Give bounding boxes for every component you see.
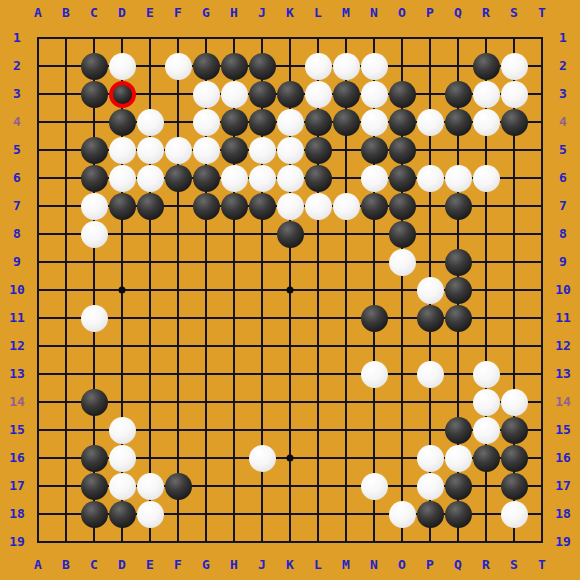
board-cell-C2 [80,52,108,80]
col-label-top-K: K [276,0,304,26]
stone-black-C3 [81,81,108,108]
stone-black-D7 [109,193,136,220]
board-cell-Q3 [444,80,472,108]
board-cell-N2 [360,52,388,80]
board-cell-P18 [416,500,444,528]
col-label-top-B: B [52,0,80,26]
stone-white-J5 [249,137,276,164]
board-cell-S16 [500,444,528,472]
board-cell-R6 [472,164,500,192]
stone-black-L4 [305,109,332,136]
stone-white-L7 [305,193,332,220]
board-cell-M2 [332,52,360,80]
stone-black-S17 [501,473,528,500]
board-cell-Q17 [444,472,472,500]
board-cell-M4 [332,108,360,136]
stone-white-L2 [305,53,332,80]
go-board[interactable] [24,24,556,556]
stone-black-G2 [193,53,220,80]
stone-white-D5 [109,137,136,164]
board-cell-Q18 [444,500,472,528]
stone-white-R14 [473,389,500,416]
board-cell-K8 [276,220,304,248]
stone-white-P16 [417,445,444,472]
stone-black-S4 [501,109,528,136]
stone-white-N13 [361,361,388,388]
stone-black-Q18 [445,501,472,528]
board-cell-F5 [164,136,192,164]
board-cell-P17 [416,472,444,500]
stone-black-Q9 [445,249,472,276]
board-cell-G3 [192,80,220,108]
col-label-top-O: O [388,0,416,26]
board-cell-R3 [472,80,500,108]
stone-white-N3 [361,81,388,108]
stone-white-K4 [277,109,304,136]
stone-white-P4 [417,109,444,136]
board-cell-G6 [192,164,220,192]
stone-white-C7 [81,193,108,220]
board-cell-J6 [248,164,276,192]
stone-black-G7 [193,193,220,220]
board-cell-N5 [360,136,388,164]
stone-white-O9 [389,249,416,276]
board-cell-E7 [136,192,164,220]
board-cell-S3 [500,80,528,108]
stone-white-N2 [361,53,388,80]
stone-white-Q16 [445,445,472,472]
board-cell-H2 [220,52,248,80]
board-cell-E17 [136,472,164,500]
stone-white-K5 [277,137,304,164]
stone-black-C16 [81,445,108,472]
board-cell-C8 [80,220,108,248]
stone-black-J4 [249,109,276,136]
stone-black-H5 [221,137,248,164]
stone-black-G6 [193,165,220,192]
stone-white-M7 [333,193,360,220]
board-cell-P11 [416,304,444,332]
board-cell-C7 [80,192,108,220]
go-board-screen: ABCDEFGHJKLMNOPQRST ABCDEFGHJKLMNOPQRST … [0,0,580,580]
board-cell-O7 [388,192,416,220]
col-label-top-F: F [164,0,192,26]
stone-black-R16 [473,445,500,472]
board-cell-L2 [304,52,332,80]
stone-white-G4 [193,109,220,136]
col-label-top-H: H [220,0,248,26]
board-cell-N17 [360,472,388,500]
board-cell-C11 [80,304,108,332]
stone-white-J16 [249,445,276,472]
stone-black-J7 [249,193,276,220]
board-cell-O18 [388,500,416,528]
board-cell-E18 [136,500,164,528]
board-cell-H4 [220,108,248,136]
stone-white-R15 [473,417,500,444]
board-cell-Q9 [444,248,472,276]
stone-black-O7 [389,193,416,220]
board-cell-D15 [108,416,136,444]
board-cell-L6 [304,164,332,192]
stone-black-P11 [417,305,444,332]
board-cell-D7 [108,192,136,220]
stone-black-O5 [389,137,416,164]
col-label-top-L: L [304,0,332,26]
board-cell-G2 [192,52,220,80]
stone-white-P6 [417,165,444,192]
board-cell-D18 [108,500,136,528]
stone-white-S2 [501,53,528,80]
board-cell-D5 [108,136,136,164]
board-cell-K6 [276,164,304,192]
stone-white-D16 [109,445,136,472]
col-label-top-A: A [24,0,52,26]
stone-white-D6 [109,165,136,192]
stone-white-R3 [473,81,500,108]
stone-white-J6 [249,165,276,192]
stone-white-G5 [193,137,220,164]
board-cell-R4 [472,108,500,136]
board-cell-N7 [360,192,388,220]
board-cell-J7 [248,192,276,220]
stone-white-F2 [165,53,192,80]
board-cell-S15 [500,416,528,444]
stone-white-H6 [221,165,248,192]
stone-black-Q4 [445,109,472,136]
board-cell-D4 [108,108,136,136]
board-cell-O9 [388,248,416,276]
col-label-top-T: T [528,0,556,26]
stone-white-Q6 [445,165,472,192]
stone-white-S14 [501,389,528,416]
stone-white-M2 [333,53,360,80]
board-cell-D6 [108,164,136,192]
stone-white-E17 [137,473,164,500]
board-cell-S17 [500,472,528,500]
stone-black-C2 [81,53,108,80]
board-cell-Q7 [444,192,472,220]
stone-black-P18 [417,501,444,528]
board-cell-O5 [388,136,416,164]
board-cell-K4 [276,108,304,136]
board-cell-M3 [332,80,360,108]
board-cell-R13 [472,360,500,388]
board-cell-L5 [304,136,332,164]
board-cell-Q16 [444,444,472,472]
stone-black-J2 [249,53,276,80]
stone-black-L6 [305,165,332,192]
stone-white-P17 [417,473,444,500]
stone-white-P10 [417,277,444,304]
board-cell-D17 [108,472,136,500]
board-cell-J5 [248,136,276,164]
board-cell-N13 [360,360,388,388]
stone-white-P13 [417,361,444,388]
stone-white-N4 [361,109,388,136]
board-cell-F6 [164,164,192,192]
stone-black-C6 [81,165,108,192]
board-cell-R15 [472,416,500,444]
board-cell-P16 [416,444,444,472]
stone-black-R2 [473,53,500,80]
board-cell-C6 [80,164,108,192]
board-cell-O8 [388,220,416,248]
board-cell-G7 [192,192,220,220]
board-cell-J4 [248,108,276,136]
stone-white-G3 [193,81,220,108]
board-cell-C5 [80,136,108,164]
stone-white-R13 [473,361,500,388]
board-cell-H6 [220,164,248,192]
board-cell-O3 [388,80,416,108]
board-cell-K5 [276,136,304,164]
stone-white-E6 [137,165,164,192]
board-cell-K3 [276,80,304,108]
stone-white-D2 [109,53,136,80]
stone-black-F17 [165,473,192,500]
stone-black-M4 [333,109,360,136]
board-cell-Q15 [444,416,472,444]
board-cell-E4 [136,108,164,136]
stone-white-D17 [109,473,136,500]
stone-white-N17 [361,473,388,500]
stone-white-R6 [473,165,500,192]
board-cell-P13 [416,360,444,388]
board-cell-S18 [500,500,528,528]
stone-black-J3 [249,81,276,108]
stone-black-Q15 [445,417,472,444]
stone-black-Q7 [445,193,472,220]
board-cell-E6 [136,164,164,192]
col-label-top-J: J [248,0,276,26]
stone-black-Q17 [445,473,472,500]
stone-black-N5 [361,137,388,164]
stone-black-H2 [221,53,248,80]
stone-black-S15 [501,417,528,444]
board-cell-C3 [80,80,108,108]
stone-black-D4 [109,109,136,136]
board-cell-Q11 [444,304,472,332]
board-cell-P6 [416,164,444,192]
board-cell-M7 [332,192,360,220]
stone-black-O6 [389,165,416,192]
board-cell-D16 [108,444,136,472]
stone-black-M3 [333,81,360,108]
board-cell-C18 [80,500,108,528]
board-cell-Q10 [444,276,472,304]
board-cell-G5 [192,136,220,164]
stone-black-Q11 [445,305,472,332]
board-cell-N3 [360,80,388,108]
stone-black-D3-last-move-marker [109,81,136,108]
stone-black-N11 [361,305,388,332]
board-cell-H3 [220,80,248,108]
stone-white-C8 [81,221,108,248]
stone-white-K7 [277,193,304,220]
board-cell-P4 [416,108,444,136]
stone-white-L3 [305,81,332,108]
stone-white-F5 [165,137,192,164]
board-cell-O4 [388,108,416,136]
stone-black-O8 [389,221,416,248]
board-cell-J3 [248,80,276,108]
stone-black-C5 [81,137,108,164]
board-cell-F2 [164,52,192,80]
stone-white-S3 [501,81,528,108]
board-cell-H5 [220,136,248,164]
board-cell-E5 [136,136,164,164]
stone-white-D15 [109,417,136,444]
board-cell-R14 [472,388,500,416]
col-label-top-S: S [500,0,528,26]
col-label-top-Q: Q [444,0,472,26]
stone-black-K8 [277,221,304,248]
stone-white-E5 [137,137,164,164]
board-cell-N6 [360,164,388,192]
stone-black-D18 [109,501,136,528]
stone-black-O3 [389,81,416,108]
stone-white-O18 [389,501,416,528]
board-cell-O6 [388,164,416,192]
col-label-top-P: P [416,0,444,26]
board-cell-Q6 [444,164,472,192]
col-label-top-E: E [136,0,164,26]
board-cell-L7 [304,192,332,220]
board-cell-S14 [500,388,528,416]
col-label-top-D: D [108,0,136,26]
stone-white-C11 [81,305,108,332]
board-cell-Q4 [444,108,472,136]
col-label-top-C: C [80,0,108,26]
board-cell-H7 [220,192,248,220]
stone-black-Q10 [445,277,472,304]
stone-white-H3 [221,81,248,108]
stone-white-K6 [277,165,304,192]
stone-black-F6 [165,165,192,192]
board-cell-F17 [164,472,192,500]
board-cell-R2 [472,52,500,80]
stone-white-N6 [361,165,388,192]
board-cell-L3 [304,80,332,108]
col-label-top-G: G [192,0,220,26]
board-cell-J16 [248,444,276,472]
board-cell-G4 [192,108,220,136]
stone-white-E18 [137,501,164,528]
board-cell-C17 [80,472,108,500]
stone-white-E4 [137,109,164,136]
stone-black-L5 [305,137,332,164]
col-label-top-R: R [472,0,500,26]
board-cell-K7 [276,192,304,220]
board-cell-R16 [472,444,500,472]
stone-black-C14 [81,389,108,416]
stone-black-Q3 [445,81,472,108]
board-cell-L4 [304,108,332,136]
col-label-top-M: M [332,0,360,26]
stone-black-C17 [81,473,108,500]
stone-black-E7 [137,193,164,220]
board-cell-P10 [416,276,444,304]
board-cell-J2 [248,52,276,80]
board-cell-D3 [108,80,136,108]
stone-black-K3 [277,81,304,108]
col-label-top-N: N [360,0,388,26]
board-cell-C14 [80,388,108,416]
stone-black-C18 [81,501,108,528]
stone-white-S18 [501,501,528,528]
stone-white-R4 [473,109,500,136]
board-cell-C16 [80,444,108,472]
board-cell-S2 [500,52,528,80]
stone-black-O4 [389,109,416,136]
stone-black-H4 [221,109,248,136]
board-cell-N11 [360,304,388,332]
stone-black-S16 [501,445,528,472]
board-cell-D2 [108,52,136,80]
board-cell-S4 [500,108,528,136]
board-cell-N4 [360,108,388,136]
stone-black-H7 [221,193,248,220]
stone-black-N7 [361,193,388,220]
